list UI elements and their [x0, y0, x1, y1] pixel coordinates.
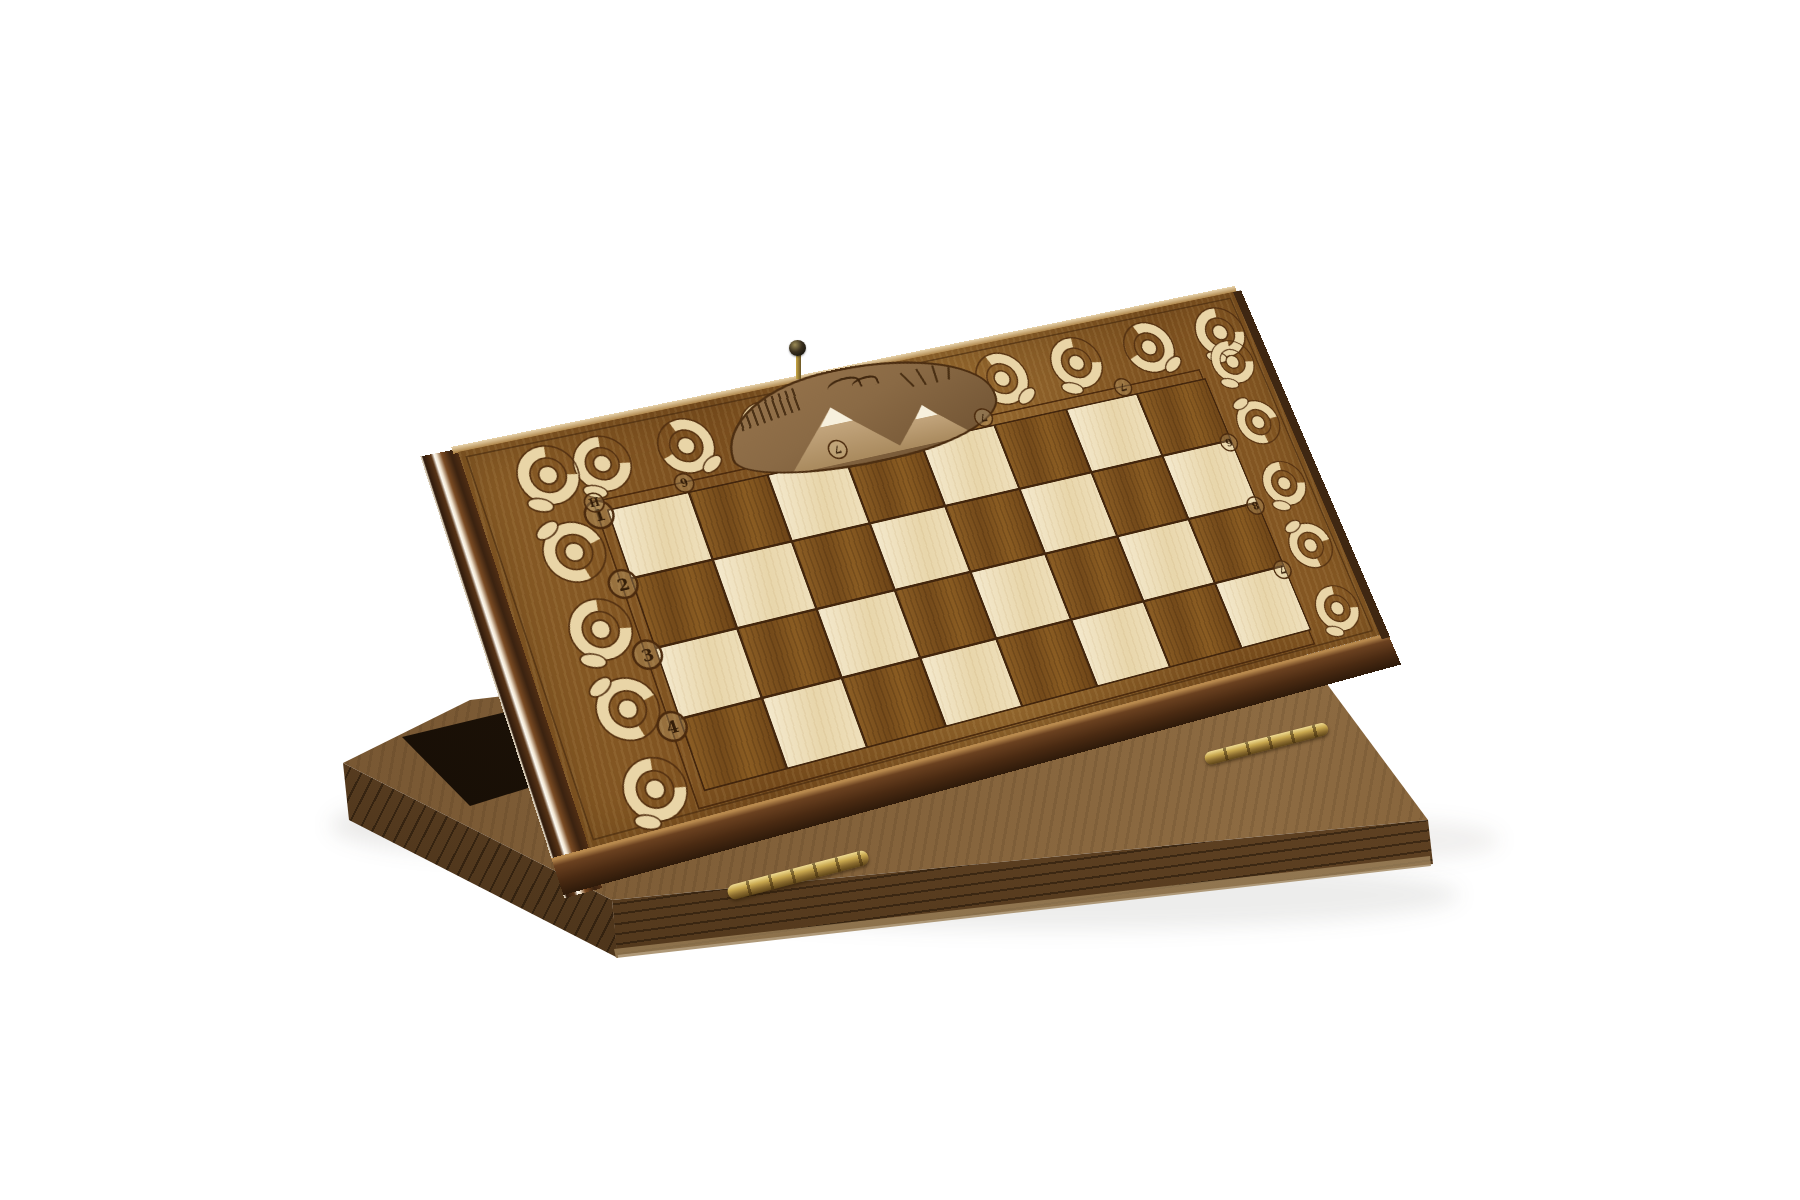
- swirl-motif: [504, 436, 592, 514]
- clasp-knob-stem: [796, 355, 801, 379]
- product-photo-scene: 1 2 3 4 H 9 7 7 7 6 8 7: [0, 0, 1800, 1200]
- clasp-knob: [789, 340, 806, 356]
- swirl-motif: [1110, 312, 1188, 383]
- swirl-motif: [1039, 330, 1114, 396]
